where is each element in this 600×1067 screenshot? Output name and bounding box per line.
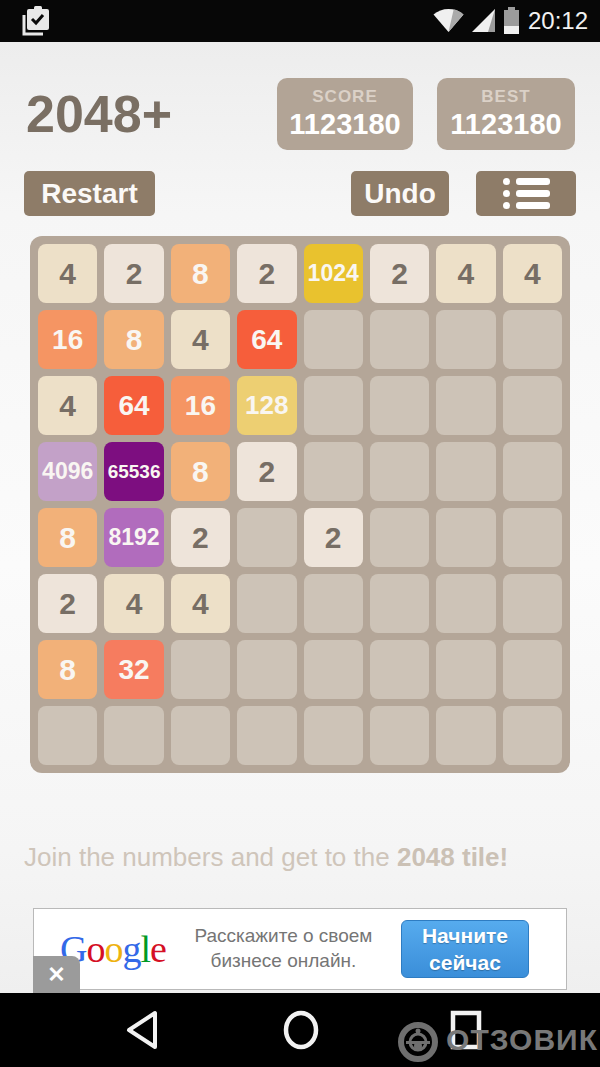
- tile-8: 8: [104, 310, 163, 369]
- empty-cell: [436, 376, 495, 435]
- menu-button[interactable]: [476, 171, 576, 216]
- tile-2: 2: [237, 244, 296, 303]
- empty-cell: [436, 508, 495, 567]
- empty-cell: [370, 706, 429, 765]
- empty-cell: [370, 442, 429, 501]
- empty-cell: [503, 574, 562, 633]
- tile-2: 2: [237, 442, 296, 501]
- list-icon: [503, 178, 550, 185]
- empty-cell: [436, 310, 495, 369]
- tile-8192: 8192: [104, 508, 163, 567]
- tile-8: 8: [38, 640, 97, 699]
- tile-8: 8: [171, 442, 230, 501]
- wifi-icon: [433, 8, 464, 34]
- tile-16: 16: [38, 310, 97, 369]
- page-title: 2048+: [26, 84, 172, 144]
- tile-64: 64: [237, 310, 296, 369]
- empty-cell: [370, 310, 429, 369]
- tile-16: 16: [171, 376, 230, 435]
- ad-text: Расскажите о своем бизнесе онлайн.: [166, 924, 401, 973]
- tip-text: Join the numbers and get to the 2048 til…: [24, 842, 508, 873]
- ad-cta-button[interactable]: Начните сейчас: [401, 920, 529, 978]
- best-value: 1123180: [437, 108, 575, 141]
- empty-cell: [237, 508, 296, 567]
- tile-4: 4: [38, 376, 97, 435]
- score-value: 1123180: [277, 108, 413, 141]
- tile-2: 2: [304, 508, 363, 567]
- ad-banner[interactable]: Google Расскажите о своем бизнесе онлайн…: [33, 908, 567, 990]
- ad-text-line1: Расскажите о своем: [166, 924, 401, 949]
- empty-cell: [304, 310, 363, 369]
- ad-text-line2: бизнесе онлайн.: [166, 949, 401, 974]
- empty-cell: [38, 706, 97, 765]
- status-time: 20:12: [528, 7, 588, 35]
- empty-cell: [503, 640, 562, 699]
- watermark: ОТЗОВИК: [394, 1016, 598, 1064]
- ad-cta-line2: сейчас: [402, 949, 528, 976]
- empty-cell: [237, 706, 296, 765]
- tile-4: 4: [38, 244, 97, 303]
- empty-cell: [370, 574, 429, 633]
- score-box: SCORE 1123180: [277, 78, 413, 150]
- tile-2: 2: [370, 244, 429, 303]
- empty-cell: [370, 376, 429, 435]
- empty-cell: [304, 376, 363, 435]
- empty-cell: [304, 706, 363, 765]
- best-label: BEST: [437, 87, 575, 107]
- empty-cell: [503, 376, 562, 435]
- empty-cell: [304, 574, 363, 633]
- score-label: SCORE: [277, 87, 413, 107]
- empty-cell: [237, 574, 296, 633]
- tile-2: 2: [171, 508, 230, 567]
- empty-cell: [171, 706, 230, 765]
- empty-cell: [171, 640, 230, 699]
- empty-cell: [370, 508, 429, 567]
- signal-icon: [470, 8, 497, 34]
- empty-cell: [436, 706, 495, 765]
- empty-cell: [104, 706, 163, 765]
- tile-65536: 65536: [104, 442, 163, 501]
- empty-cell: [503, 706, 562, 765]
- best-box: BEST 1123180: [437, 78, 575, 150]
- tile-128: 128: [237, 376, 296, 435]
- tile-2: 2: [38, 574, 97, 633]
- tile-4: 4: [436, 244, 495, 303]
- tile-8: 8: [171, 244, 230, 303]
- ad-close-button[interactable]: ✕: [33, 956, 80, 993]
- empty-cell: [503, 310, 562, 369]
- home-button[interactable]: [279, 1008, 323, 1056]
- home-icon: [279, 1008, 323, 1052]
- tile-2: 2: [104, 244, 163, 303]
- empty-cell: [503, 508, 562, 567]
- tile-4096: 4096: [38, 442, 97, 501]
- clipboard-check-icon: [18, 4, 54, 38]
- ad-cta-line1: Начните: [402, 922, 528, 949]
- empty-cell: [370, 640, 429, 699]
- tile-32: 32: [104, 640, 163, 699]
- back-icon: [122, 1008, 164, 1052]
- empty-cell: [436, 442, 495, 501]
- tip-text-highlight: 2048 tile!: [397, 842, 508, 872]
- tile-4: 4: [104, 574, 163, 633]
- tile-1024: 1024: [304, 244, 363, 303]
- watermark-logo-icon: [394, 1016, 442, 1064]
- restart-button[interactable]: Restart: [24, 171, 155, 216]
- watermark-text: ОТЗОВИК: [446, 1023, 598, 1057]
- back-button[interactable]: [122, 1008, 164, 1056]
- tile-4: 4: [503, 244, 562, 303]
- tile-64: 64: [104, 376, 163, 435]
- status-bar: 20:12: [0, 0, 600, 42]
- tile-8: 8: [38, 508, 97, 567]
- tip-text-normal: Join the numbers and get to the: [24, 842, 397, 872]
- board-grid[interactable]: 4282102424416846446416128409665536828819…: [30, 236, 570, 773]
- empty-cell: [304, 442, 363, 501]
- empty-cell: [237, 640, 296, 699]
- tile-4: 4: [171, 310, 230, 369]
- empty-cell: [436, 640, 495, 699]
- empty-cell: [304, 640, 363, 699]
- battery-icon: [503, 7, 520, 35]
- undo-button[interactable]: Undo: [351, 171, 449, 216]
- empty-cell: [436, 574, 495, 633]
- tile-4: 4: [171, 574, 230, 633]
- empty-cell: [503, 442, 562, 501]
- app-content: 2048+ SCORE 1123180 BEST 1123180 Restart…: [0, 42, 600, 993]
